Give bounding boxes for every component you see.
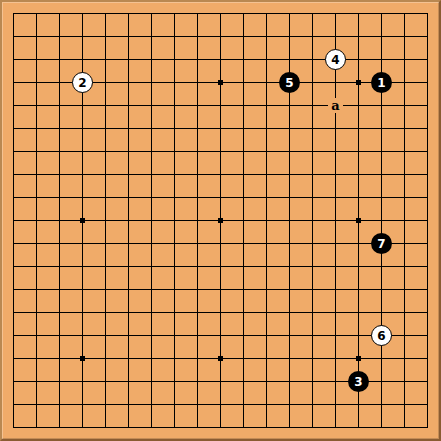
board-intersection (301, 324, 324, 347)
board-intersection (117, 71, 140, 94)
board-intersection (393, 324, 416, 347)
board-intersection (416, 2, 439, 25)
board-intersection (416, 301, 439, 324)
board-intersection (117, 393, 140, 416)
stone-white-4: 4 (325, 49, 346, 70)
board-intersection (2, 301, 25, 324)
board-intersection (48, 416, 71, 439)
board-intersection (416, 416, 439, 439)
board-intersection (186, 140, 209, 163)
board-intersection (2, 71, 25, 94)
board-label-a: a (328, 98, 343, 113)
board-intersection (301, 25, 324, 48)
board-intersection (301, 232, 324, 255)
board-intersection (71, 48, 94, 71)
board-intersection (301, 48, 324, 71)
board-intersection (94, 416, 117, 439)
board-intersection (255, 301, 278, 324)
board-intersection (48, 301, 71, 324)
board-intersection (416, 25, 439, 48)
board-intersection (94, 370, 117, 393)
board-intersection (324, 117, 347, 140)
board-intersection (140, 347, 163, 370)
stone-black-5: 5 (279, 72, 300, 93)
board-intersection (163, 209, 186, 232)
board-intersection (48, 48, 71, 71)
board-intersection (94, 232, 117, 255)
board-intersection (94, 301, 117, 324)
board-intersection (25, 163, 48, 186)
board-intersection (255, 393, 278, 416)
board-intersection (209, 301, 232, 324)
board-intersection (140, 2, 163, 25)
board-intersection (94, 209, 117, 232)
board-intersection (416, 393, 439, 416)
board-intersection (278, 163, 301, 186)
board-intersection (416, 232, 439, 255)
board-intersection (71, 416, 94, 439)
stone-white-2: 2 (72, 72, 93, 93)
board-intersection (416, 48, 439, 71)
board-intersection (163, 255, 186, 278)
board-intersection (232, 163, 255, 186)
board-intersection (347, 301, 370, 324)
board-intersection (370, 25, 393, 48)
board-intersection (186, 94, 209, 117)
board-intersection (25, 186, 48, 209)
board-intersection (324, 393, 347, 416)
board-intersection (140, 232, 163, 255)
board-intersection (48, 94, 71, 117)
board-intersection (71, 278, 94, 301)
star-point (218, 80, 223, 85)
board-intersection (140, 370, 163, 393)
board-intersection (117, 301, 140, 324)
board-intersection (347, 25, 370, 48)
board-intersection (301, 94, 324, 117)
board-intersection (416, 117, 439, 140)
board-intersection (163, 71, 186, 94)
board-intersection (347, 186, 370, 209)
board-intersection (301, 117, 324, 140)
board-intersection (232, 416, 255, 439)
board-intersection (232, 2, 255, 25)
board-intersection (117, 117, 140, 140)
board-intersection (71, 324, 94, 347)
board-intersection (301, 255, 324, 278)
board-intersection (140, 301, 163, 324)
board-intersection (117, 232, 140, 255)
board-intersection (186, 255, 209, 278)
board-intersection (278, 140, 301, 163)
board-intersection (301, 416, 324, 439)
board-intersection (25, 140, 48, 163)
board-intersection (255, 117, 278, 140)
board-intersection (48, 347, 71, 370)
board-intersection (209, 2, 232, 25)
board-intersection (117, 2, 140, 25)
board-intersection (393, 370, 416, 393)
board-intersection (370, 278, 393, 301)
board-intersection (117, 94, 140, 117)
board-intersection (301, 209, 324, 232)
board-intersection (278, 255, 301, 278)
star-point (356, 218, 361, 223)
board-intersection (209, 278, 232, 301)
board-intersection (140, 255, 163, 278)
board-intersection (2, 209, 25, 232)
board-intersection (186, 301, 209, 324)
board-intersection (232, 393, 255, 416)
board-intersection (48, 117, 71, 140)
board-intersection (393, 140, 416, 163)
board-intersection (393, 25, 416, 48)
board-intersection (255, 255, 278, 278)
board-intersection (71, 94, 94, 117)
board-intersection (301, 370, 324, 393)
board-intersection (347, 94, 370, 117)
board-intersection (324, 140, 347, 163)
board-intersection (393, 416, 416, 439)
board-intersection (347, 347, 370, 370)
board-intersection (209, 347, 232, 370)
board-intersection (416, 186, 439, 209)
board-intersection (25, 117, 48, 140)
board-intersection (255, 347, 278, 370)
board-intersection (278, 301, 301, 324)
board-intersection (71, 255, 94, 278)
stone-white-6: 6 (371, 325, 392, 346)
board-intersection (209, 117, 232, 140)
board-intersection (94, 255, 117, 278)
board-intersection (186, 370, 209, 393)
board-intersection (393, 48, 416, 71)
board-intersection: a (324, 94, 347, 117)
board-intersection (163, 347, 186, 370)
board-intersection (163, 94, 186, 117)
board-intersection (94, 347, 117, 370)
board-intersection (324, 25, 347, 48)
board-intersection (416, 255, 439, 278)
board-intersection (71, 370, 94, 393)
board-intersection (393, 393, 416, 416)
board-intersection (25, 324, 48, 347)
board-intersection (117, 48, 140, 71)
board-intersection (94, 186, 117, 209)
board-intersection (393, 347, 416, 370)
board-intersection (140, 71, 163, 94)
board-intersection (209, 71, 232, 94)
board-intersection (416, 347, 439, 370)
board-intersection (232, 301, 255, 324)
board-intersection: 2 (71, 71, 94, 94)
board-intersection (393, 255, 416, 278)
board-intersection (278, 232, 301, 255)
board-intersection (370, 186, 393, 209)
board-intersection (416, 71, 439, 94)
board-intersection (301, 393, 324, 416)
board-intersection (48, 255, 71, 278)
board-intersection (232, 48, 255, 71)
board-intersection (347, 393, 370, 416)
board-intersection (347, 209, 370, 232)
board-intersection (140, 278, 163, 301)
board-intersection (140, 324, 163, 347)
board-intersection (163, 370, 186, 393)
board-intersection (71, 232, 94, 255)
board-intersection (25, 25, 48, 48)
board-intersection (255, 140, 278, 163)
board-intersection (324, 301, 347, 324)
board-intersection (370, 370, 393, 393)
board-intersection (2, 163, 25, 186)
board-intersection (324, 416, 347, 439)
board-intersection (2, 278, 25, 301)
board-intersection (48, 71, 71, 94)
board-intersection (25, 232, 48, 255)
board-intersection (25, 94, 48, 117)
board-intersection (2, 2, 25, 25)
board-intersection (117, 163, 140, 186)
board-intersection (232, 94, 255, 117)
board-intersection (370, 301, 393, 324)
board-intersection (255, 25, 278, 48)
board-intersection (71, 347, 94, 370)
board-intersection (209, 140, 232, 163)
board-intersection (370, 255, 393, 278)
board-intersection (48, 186, 71, 209)
board-intersection (209, 163, 232, 186)
board-intersection (48, 209, 71, 232)
board-intersection (94, 163, 117, 186)
board-intersection (117, 324, 140, 347)
board-intersection (163, 48, 186, 71)
board-intersection (94, 278, 117, 301)
board-intersection (140, 209, 163, 232)
board-intersection (94, 393, 117, 416)
board-intersection (209, 186, 232, 209)
board-intersection: 4 (324, 48, 347, 71)
star-point (80, 218, 85, 223)
board-intersection: 6 (370, 324, 393, 347)
board-intersection (255, 2, 278, 25)
board-intersection (370, 140, 393, 163)
board-intersection (25, 370, 48, 393)
board-intersection (48, 140, 71, 163)
board-intersection (140, 25, 163, 48)
board-intersection (232, 186, 255, 209)
go-board: 4251a763 (0, 0, 441, 441)
board-intersection (117, 347, 140, 370)
board-intersection (301, 163, 324, 186)
board-intersection (71, 301, 94, 324)
board-intersection (25, 2, 48, 25)
board-intersection (209, 232, 232, 255)
board-intersection (232, 117, 255, 140)
star-point (356, 80, 361, 85)
board-intersection (25, 416, 48, 439)
board-intersection (324, 324, 347, 347)
board-intersection (140, 117, 163, 140)
board-intersection (117, 255, 140, 278)
board-intersection (301, 347, 324, 370)
board-intersection (209, 48, 232, 71)
board-intersection (48, 25, 71, 48)
board-intersection (416, 94, 439, 117)
board-intersection (347, 416, 370, 439)
board-intersection (117, 140, 140, 163)
board-intersection (416, 209, 439, 232)
board-intersection (255, 370, 278, 393)
board-intersection (255, 232, 278, 255)
board-intersection (209, 393, 232, 416)
board-intersection (186, 393, 209, 416)
board-intersection (163, 301, 186, 324)
board-intersection (25, 347, 48, 370)
board-intersection (25, 278, 48, 301)
board-intersection (278, 278, 301, 301)
board-intersection (370, 2, 393, 25)
board-intersection (71, 163, 94, 186)
board-intersection (25, 48, 48, 71)
stone-black-7: 7 (371, 233, 392, 254)
board-intersection (347, 324, 370, 347)
board-intersection (209, 370, 232, 393)
board-intersection (232, 232, 255, 255)
stone-black-3: 3 (348, 371, 369, 392)
board-intersection (301, 140, 324, 163)
board-intersection (163, 186, 186, 209)
board-intersection (232, 324, 255, 347)
board-intersection (94, 48, 117, 71)
board-intersection (324, 255, 347, 278)
board-intersection (25, 301, 48, 324)
board-intersection (347, 163, 370, 186)
board-intersection (186, 232, 209, 255)
board-intersection (370, 209, 393, 232)
board-intersection (255, 186, 278, 209)
board-intersection (48, 163, 71, 186)
board-intersection (324, 2, 347, 25)
board-intersection (163, 117, 186, 140)
board-intersection (278, 117, 301, 140)
board-intersection (48, 370, 71, 393)
board-intersection (347, 2, 370, 25)
board-intersection (232, 140, 255, 163)
board-intersection (2, 255, 25, 278)
board-intersection (186, 347, 209, 370)
board-intersection (209, 324, 232, 347)
board-intersection (48, 324, 71, 347)
board-intersection (163, 393, 186, 416)
board-intersection (71, 25, 94, 48)
board-intersection (25, 71, 48, 94)
board-intersection (140, 393, 163, 416)
board-intersection (324, 71, 347, 94)
board-intersection (2, 48, 25, 71)
board-intersection: 5 (278, 71, 301, 94)
board-intersection (48, 278, 71, 301)
board-intersection (416, 140, 439, 163)
board-intersection (393, 163, 416, 186)
board-intersection (25, 209, 48, 232)
board-intersection (163, 232, 186, 255)
board-intersection (117, 370, 140, 393)
board-intersection (370, 347, 393, 370)
board-intersection (232, 278, 255, 301)
board-intersection (278, 94, 301, 117)
board-intersection (347, 140, 370, 163)
board-intersection (232, 71, 255, 94)
board-intersection (163, 416, 186, 439)
board-intersection (255, 163, 278, 186)
board-intersection (117, 25, 140, 48)
board-intersection (186, 163, 209, 186)
board-intersection (278, 416, 301, 439)
board-intersection (393, 2, 416, 25)
board-intersection (71, 393, 94, 416)
board-intersection (278, 393, 301, 416)
board-intersection (117, 186, 140, 209)
board-intersection (370, 163, 393, 186)
board-intersection (186, 278, 209, 301)
board-intersection (71, 186, 94, 209)
board-intersection (278, 370, 301, 393)
board-intersection (347, 255, 370, 278)
board-intersection (393, 117, 416, 140)
board-intersection (140, 163, 163, 186)
board-intersection (232, 209, 255, 232)
board-intersection (94, 2, 117, 25)
board-intersection (209, 416, 232, 439)
board-intersection (416, 163, 439, 186)
board-intersection (347, 71, 370, 94)
board-intersection: 3 (347, 370, 370, 393)
board-intersection (347, 232, 370, 255)
go-board-grid: 4251a763 (2, 2, 439, 439)
board-intersection (186, 48, 209, 71)
board-intersection (94, 140, 117, 163)
board-intersection (255, 416, 278, 439)
board-intersection (186, 209, 209, 232)
board-intersection (232, 255, 255, 278)
board-intersection (163, 278, 186, 301)
star-point (356, 356, 361, 361)
board-intersection (209, 255, 232, 278)
board-intersection (301, 71, 324, 94)
board-intersection (94, 71, 117, 94)
board-intersection (232, 25, 255, 48)
board-intersection (117, 278, 140, 301)
board-intersection (2, 117, 25, 140)
board-intersection (25, 255, 48, 278)
board-intersection (2, 393, 25, 416)
board-intersection (186, 324, 209, 347)
board-intersection: 1 (370, 71, 393, 94)
board-intersection (324, 232, 347, 255)
board-intersection (94, 324, 117, 347)
board-intersection (140, 94, 163, 117)
board-intersection (48, 232, 71, 255)
board-intersection (370, 416, 393, 439)
board-intersection (255, 324, 278, 347)
board-intersection (255, 94, 278, 117)
board-intersection (347, 117, 370, 140)
board-intersection (393, 94, 416, 117)
board-intersection (163, 163, 186, 186)
board-intersection (301, 186, 324, 209)
board-intersection (94, 25, 117, 48)
